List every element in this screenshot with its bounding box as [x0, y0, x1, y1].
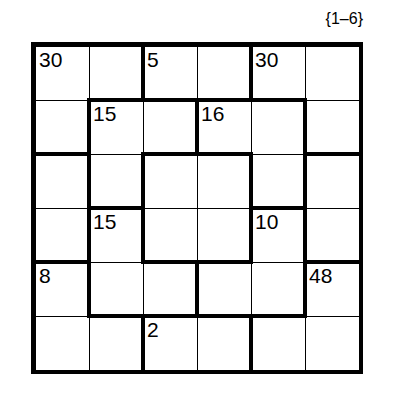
- puzzle-board: 30530151615108482: [31, 42, 363, 374]
- cell-r2c6[interactable]: [305, 100, 359, 154]
- range-label: {1–6}: [326, 9, 363, 28]
- cell-r4c4[interactable]: [197, 208, 251, 262]
- cell-r2c3[interactable]: [143, 100, 197, 154]
- cell-r3c6[interactable]: [305, 154, 359, 208]
- cell-r6c1[interactable]: [35, 316, 89, 370]
- cell-r4c3[interactable]: [143, 208, 197, 262]
- cell-r6c3[interactable]: [143, 316, 197, 370]
- cell-r3c4[interactable]: [197, 154, 251, 208]
- cell-r5c6[interactable]: [305, 262, 359, 316]
- cell-r2c1[interactable]: [35, 100, 89, 154]
- cell-r1c5[interactable]: [251, 46, 305, 100]
- cell-r5c5[interactable]: [251, 262, 305, 316]
- cell-r5c1[interactable]: [35, 262, 89, 316]
- cell-r2c5[interactable]: [251, 100, 305, 154]
- cell-r6c2[interactable]: [89, 316, 143, 370]
- cell-r3c2[interactable]: [89, 154, 143, 208]
- cell-r1c2[interactable]: [89, 46, 143, 100]
- cell-r4c2[interactable]: [89, 208, 143, 262]
- cell-r3c3[interactable]: [143, 154, 197, 208]
- cell-r4c1[interactable]: [35, 208, 89, 262]
- cell-r1c3[interactable]: [143, 46, 197, 100]
- cell-r6c6[interactable]: [305, 316, 359, 370]
- cell-r5c3[interactable]: [143, 262, 197, 316]
- cell-r5c2[interactable]: [89, 262, 143, 316]
- cell-r5c4[interactable]: [197, 262, 251, 316]
- cell-r2c4[interactable]: [197, 100, 251, 154]
- cell-r6c4[interactable]: [197, 316, 251, 370]
- cell-r2c2[interactable]: [89, 100, 143, 154]
- cell-r4c6[interactable]: [305, 208, 359, 262]
- cell-r6c5[interactable]: [251, 316, 305, 370]
- cell-r1c1[interactable]: [35, 46, 89, 100]
- cell-r1c6[interactable]: [305, 46, 359, 100]
- cell-r3c5[interactable]: [251, 154, 305, 208]
- cell-r1c4[interactable]: [197, 46, 251, 100]
- cell-r3c1[interactable]: [35, 154, 89, 208]
- cell-r4c5[interactable]: [251, 208, 305, 262]
